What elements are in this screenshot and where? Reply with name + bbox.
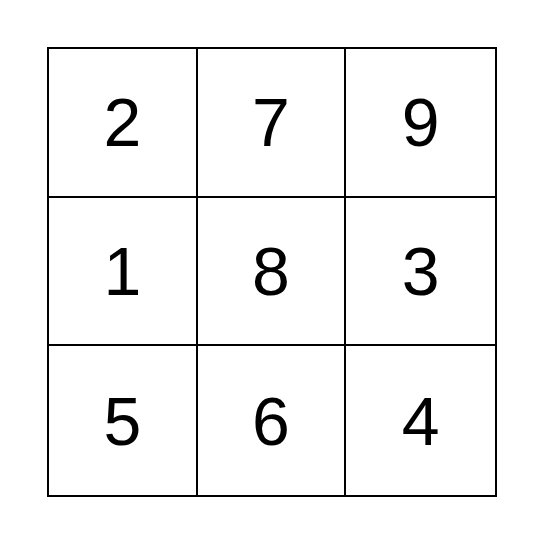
cell-r3c2[interactable]: 6 bbox=[198, 346, 347, 495]
cell-r2c3[interactable]: 3 bbox=[346, 198, 495, 347]
cell-r1c2[interactable]: 7 bbox=[198, 49, 347, 198]
cell-r3c1[interactable]: 5 bbox=[49, 346, 198, 495]
cell-r2c2[interactable]: 8 bbox=[198, 198, 347, 347]
cell-r2c1[interactable]: 1 bbox=[49, 198, 198, 347]
cell-r1c1[interactable]: 2 bbox=[49, 49, 198, 198]
number-grid-board: 2 7 9 1 8 3 5 6 4 bbox=[47, 47, 497, 497]
cell-r1c3[interactable]: 9 bbox=[346, 49, 495, 198]
cell-r3c3[interactable]: 4 bbox=[346, 346, 495, 495]
